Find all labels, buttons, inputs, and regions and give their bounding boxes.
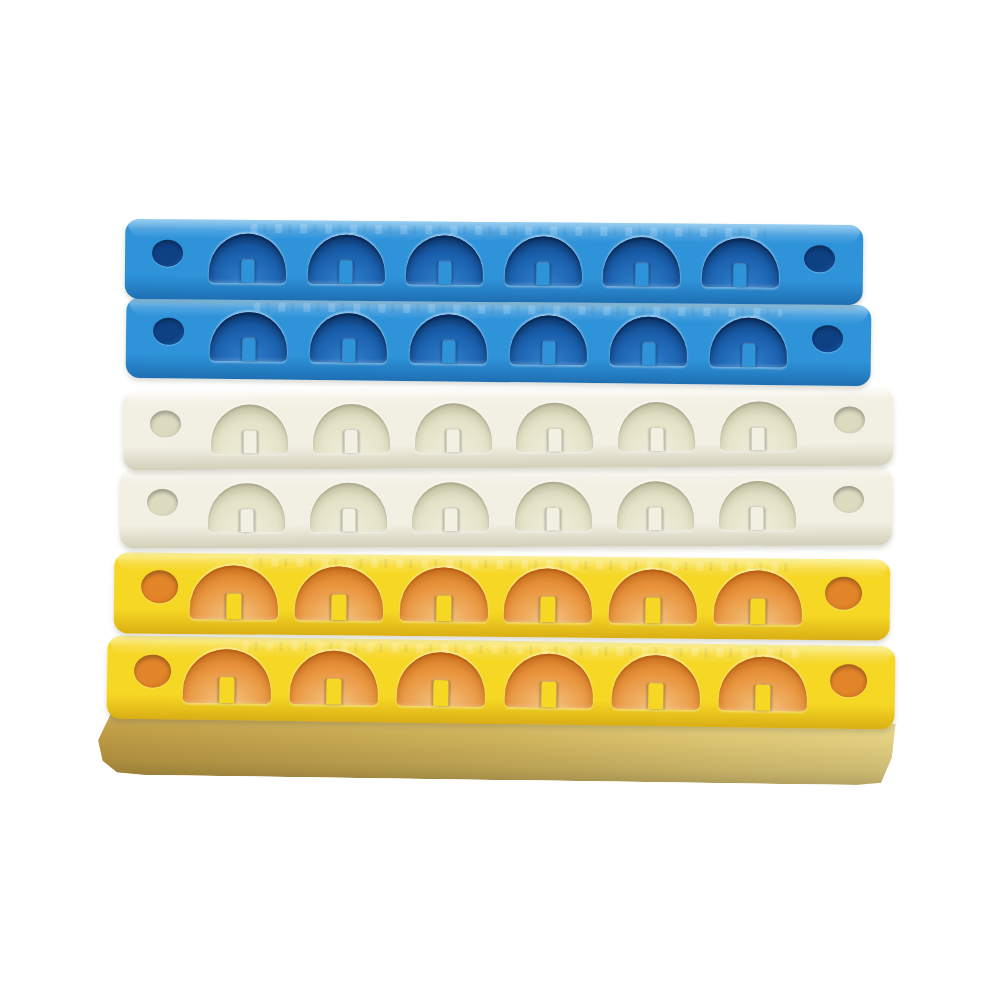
bur-slot: [410, 314, 488, 364]
slot-post: [755, 685, 770, 711]
end-hole-left: [153, 318, 184, 345]
end-hole-right: [834, 406, 865, 433]
slot-post: [642, 343, 655, 366]
white-strip-1: [123, 387, 893, 471]
bur-slot: [307, 234, 384, 284]
slot-post: [342, 339, 355, 362]
bur-slot: [714, 570, 803, 625]
bur-slot: [603, 237, 680, 287]
slot-post: [226, 593, 241, 619]
bur-slot: [399, 567, 488, 622]
end-hole-left: [141, 570, 178, 603]
bur-slot: [617, 481, 694, 530]
blue-strip-2: [126, 297, 872, 386]
end-hole-left: [147, 489, 178, 516]
slot-post: [650, 428, 663, 451]
slot-post: [436, 595, 451, 621]
bur-slot: [720, 401, 797, 450]
end-hole-right: [812, 325, 843, 352]
end-hole-left: [150, 411, 181, 438]
slot-post: [542, 341, 555, 364]
bur-slot: [310, 313, 388, 363]
bur-slot: [190, 565, 279, 620]
bur-slot: [183, 649, 272, 704]
slot-post: [645, 597, 660, 623]
bur-slot: [504, 568, 593, 623]
bur-slot: [414, 403, 491, 452]
slot-post: [537, 262, 550, 285]
bur-slot: [611, 655, 700, 710]
slot-post: [241, 260, 254, 283]
slot-post: [742, 344, 755, 367]
slot-post: [750, 598, 765, 624]
slot-row: [210, 298, 788, 386]
slot-post: [734, 264, 747, 287]
end-hole-right: [830, 664, 867, 698]
bur-slot: [210, 312, 288, 362]
bur-slot: [397, 652, 486, 707]
bur-slot: [412, 482, 489, 531]
slot-post: [541, 596, 556, 622]
slot-post: [548, 429, 561, 452]
white-strip-2: [120, 466, 892, 548]
slot-row: [209, 220, 780, 305]
yellow-strip-1: [114, 552, 891, 640]
bur-slot: [702, 238, 779, 288]
slot-post: [547, 508, 560, 531]
slot-row: [182, 637, 807, 729]
bur-slot: [290, 650, 379, 705]
bur-slot: [310, 483, 387, 532]
yellow-strip-2: [106, 636, 895, 730]
end-hole-right: [825, 577, 862, 610]
bur-slot: [510, 315, 588, 365]
slot-post: [447, 429, 460, 452]
slot-post: [240, 509, 253, 532]
slot-post: [751, 507, 764, 530]
slot-post: [635, 263, 648, 286]
slot-row: [190, 553, 803, 640]
bur-slot: [209, 234, 286, 284]
bur-slot: [313, 404, 390, 453]
bur-slot: [208, 483, 285, 532]
bur-slot: [719, 481, 796, 530]
slot-post: [345, 430, 358, 453]
bur-slot: [710, 317, 788, 367]
product-photo-organizer-strips: [0, 0, 1000, 1000]
blue-strip-1: [125, 219, 864, 305]
slot-post: [242, 338, 255, 361]
bur-slot: [514, 482, 591, 531]
slot-row: [208, 467, 796, 549]
slot-post: [219, 677, 234, 703]
slot-post: [442, 340, 455, 363]
slot-post: [434, 680, 449, 706]
end-hole-left: [134, 654, 171, 688]
slot-post: [339, 261, 352, 284]
bur-slot: [610, 316, 688, 366]
slot-post: [342, 509, 355, 532]
bur-slot: [609, 569, 698, 624]
slot-row: [211, 387, 797, 470]
bur-slot: [406, 235, 483, 285]
slot-post: [326, 679, 341, 705]
bur-slot: [618, 402, 695, 451]
slot-post: [331, 594, 346, 620]
bur-slot: [516, 402, 593, 451]
slot-post: [648, 683, 663, 709]
bur-slot: [211, 404, 288, 453]
slot-post: [243, 431, 256, 454]
end-hole-left: [152, 239, 183, 266]
slot-post: [438, 262, 451, 285]
end-hole-right: [804, 245, 835, 272]
bur-slot: [504, 653, 593, 708]
bur-slot: [295, 566, 384, 621]
bur-slot: [505, 236, 582, 286]
bur-slot: [719, 656, 808, 711]
slot-post: [649, 507, 662, 530]
slot-post: [444, 508, 457, 531]
slot-post: [752, 427, 765, 450]
slot-post: [541, 682, 556, 708]
end-hole-right: [833, 486, 864, 513]
